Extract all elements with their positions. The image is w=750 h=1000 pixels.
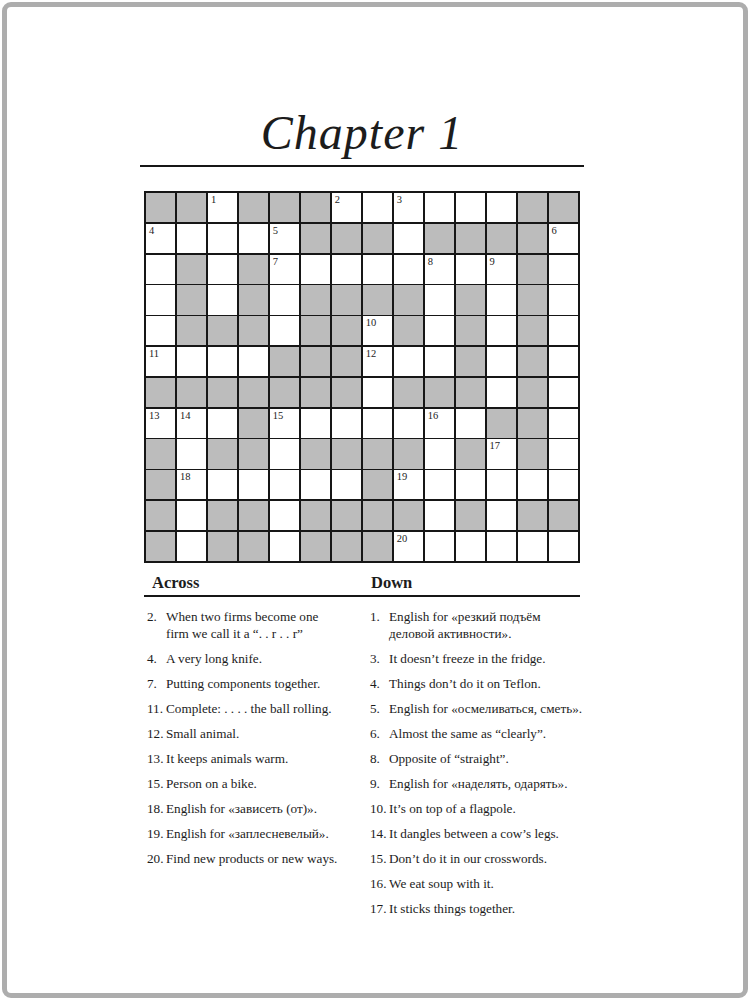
clue-num-label: 5.	[367, 701, 389, 718]
cell-3-12[interactable]: 9	[487, 255, 516, 284]
clue-number-15: 15	[273, 410, 284, 421]
cell-2-10	[425, 224, 454, 253]
cell-5-1[interactable]	[146, 316, 175, 345]
clue-num-label: 13.	[144, 751, 166, 768]
cell-7-9	[394, 378, 423, 407]
cell-10-14[interactable]	[549, 470, 578, 499]
cell-4-4	[239, 285, 268, 314]
cell-9-3	[208, 439, 237, 468]
clue-text: Almost the same as “clearly”.	[389, 726, 583, 743]
clue-text: It’s on top of a flagpole.	[389, 801, 583, 818]
cell-2-1[interactable]: 4	[146, 224, 175, 253]
cell-7-11	[456, 378, 485, 407]
cell-12-2[interactable]	[177, 532, 206, 561]
cell-4-6	[301, 285, 330, 314]
cell-4-10[interactable]	[425, 285, 454, 314]
cell-12-12[interactable]	[487, 532, 516, 561]
cell-6-3[interactable]	[208, 347, 237, 376]
clue-num-label: 3.	[367, 651, 389, 668]
cell-12-6	[301, 532, 330, 561]
cell-6-13	[518, 347, 547, 376]
cell-12-7	[332, 532, 361, 561]
clue-num-label: 14.	[367, 826, 389, 843]
cell-8-4	[239, 409, 268, 438]
cell-8-14[interactable]	[549, 409, 578, 438]
cell-10-4[interactable]	[239, 470, 268, 499]
cell-1-5	[270, 193, 299, 222]
cell-9-2[interactable]	[177, 439, 206, 468]
clue-text: English for «резкий подъём деловой актив…	[389, 609, 583, 642]
clue-number-3: 3	[397, 194, 402, 205]
cell-7-14[interactable]	[549, 378, 578, 407]
cell-12-14[interactable]	[549, 532, 578, 561]
cell-3-13	[518, 255, 547, 284]
across-clue-11: 11.Complete: . . . . the ball rolling.	[144, 701, 360, 718]
clue-text: English for «наделять, одарять».	[389, 776, 583, 793]
cell-12-10[interactable]	[425, 532, 454, 561]
cell-1-7[interactable]: 2	[332, 193, 361, 222]
clue-number-18: 18	[180, 471, 191, 482]
cell-9-12[interactable]: 17	[487, 439, 516, 468]
cell-4-13	[518, 285, 547, 314]
cell-5-2	[177, 316, 206, 345]
clue-num-label: 11.	[144, 701, 166, 718]
cell-4-11	[456, 285, 485, 314]
clue-num-label: 10.	[367, 801, 389, 818]
cell-8-9[interactable]	[394, 409, 423, 438]
cell-6-10[interactable]	[425, 347, 454, 376]
cell-5-7	[332, 316, 361, 345]
cell-6-5	[270, 347, 299, 376]
cell-12-8	[363, 532, 392, 561]
cell-11-10[interactable]	[425, 501, 454, 530]
clue-text: It keeps animals warm.	[166, 751, 360, 768]
cell-7-12[interactable]	[487, 378, 516, 407]
clue-text: Complete: . . . . the ball rolling.	[166, 701, 360, 718]
page-title: Chapter 1	[140, 107, 584, 159]
cell-7-4	[239, 378, 268, 407]
cell-2-7	[332, 224, 361, 253]
clue-num-label: 19.	[144, 826, 166, 843]
cell-1-4	[239, 193, 268, 222]
cell-6-9[interactable]	[394, 347, 423, 376]
cell-8-3[interactable]	[208, 409, 237, 438]
cell-11-13	[518, 501, 547, 530]
across-clue-20: 20.Find new products or new ways.	[144, 851, 360, 868]
across-clue-7: 7.Putting components together.	[144, 676, 360, 693]
cell-2-3[interactable]	[208, 224, 237, 253]
clue-text: A very long knife.	[166, 651, 360, 668]
cell-1-3[interactable]: 1	[208, 193, 237, 222]
cell-8-12	[487, 409, 516, 438]
cell-8-10[interactable]: 16	[425, 409, 454, 438]
cell-5-12[interactable]	[487, 316, 516, 345]
cell-6-8[interactable]: 12	[363, 347, 392, 376]
cell-2-6	[301, 224, 330, 253]
clue-num-label: 6.	[367, 726, 389, 743]
cell-8-1[interactable]: 13	[146, 409, 175, 438]
cell-7-3	[208, 378, 237, 407]
cell-1-6	[301, 193, 330, 222]
cell-12-5[interactable]	[270, 532, 299, 561]
cell-2-13	[518, 224, 547, 253]
cell-8-11[interactable]	[456, 409, 485, 438]
cell-7-2	[177, 378, 206, 407]
cell-3-6[interactable]	[301, 255, 330, 284]
across-clue-18: 18.English for «зависеть (от)».	[144, 801, 360, 818]
down-clues-list: 1.English for «резкий подъём деловой акт…	[367, 609, 583, 926]
cell-10-5[interactable]	[270, 470, 299, 499]
cell-9-10[interactable]	[425, 439, 454, 468]
cell-5-5[interactable]	[270, 316, 299, 345]
cell-6-12[interactable]	[487, 347, 516, 376]
cell-1-12[interactable]	[487, 193, 516, 222]
cell-10-12[interactable]	[487, 470, 516, 499]
cell-10-13[interactable]	[518, 470, 547, 499]
clue-number-12: 12	[366, 348, 377, 359]
down-clue-8: 8.Opposite of “straight”.	[367, 751, 583, 768]
cell-10-3[interactable]	[208, 470, 237, 499]
clue-text: Person on a bike.	[166, 776, 360, 793]
cell-9-4	[239, 439, 268, 468]
clue-number-10: 10	[366, 317, 377, 328]
clue-number-5: 5	[273, 225, 278, 236]
cell-5-6	[301, 316, 330, 345]
clue-number-4: 4	[149, 225, 154, 236]
clue-num-label: 20.	[144, 851, 166, 868]
cell-10-7[interactable]	[332, 470, 361, 499]
clue-num-label: 9.	[367, 776, 389, 793]
clue-text: It sticks things together.	[389, 901, 583, 918]
clue-number-16: 16	[428, 410, 439, 421]
cell-4-5[interactable]	[270, 285, 299, 314]
down-clue-14: 14.It dangles between a cow’s legs.	[367, 826, 583, 843]
cell-10-11[interactable]	[456, 470, 485, 499]
clue-number-2: 2	[335, 194, 340, 205]
cell-8-2[interactable]: 14	[177, 409, 206, 438]
cell-11-6	[301, 501, 330, 530]
down-clue-3: 3.It doesn’t freeze in the fridge.	[367, 651, 583, 668]
cell-4-8	[363, 285, 392, 314]
clue-text: English for «осмеливаться, сметь».	[389, 701, 583, 718]
cell-1-9[interactable]: 3	[394, 193, 423, 222]
cell-12-11[interactable]	[456, 532, 485, 561]
cell-2-12	[487, 224, 516, 253]
cell-9-14[interactable]	[549, 439, 578, 468]
cell-11-9	[394, 501, 423, 530]
cell-11-3	[208, 501, 237, 530]
cell-4-7	[332, 285, 361, 314]
clue-text: English for «зависеть (от)».	[166, 801, 360, 818]
cell-9-7	[332, 439, 361, 468]
cell-3-14[interactable]	[549, 255, 578, 284]
cell-1-11[interactable]	[456, 193, 485, 222]
cell-7-13	[518, 378, 547, 407]
cell-3-7[interactable]	[332, 255, 361, 284]
down-clue-6: 6.Almost the same as “clearly”.	[367, 726, 583, 743]
cell-3-5[interactable]: 7	[270, 255, 299, 284]
cell-2-2[interactable]	[177, 224, 206, 253]
cell-7-8[interactable]	[363, 378, 392, 407]
clue-text: Small animal.	[166, 726, 360, 743]
cell-8-5[interactable]: 15	[270, 409, 299, 438]
cell-6-2[interactable]	[177, 347, 206, 376]
clue-num-label: 15.	[144, 776, 166, 793]
clue-number-8: 8	[428, 256, 433, 267]
across-clue-2: 2.When two firms become one firm we call…	[144, 609, 360, 642]
cell-4-3[interactable]	[208, 285, 237, 314]
clue-num-label: 15.	[367, 851, 389, 868]
down-clue-4: 4.Things don’t do it on Teflon.	[367, 676, 583, 693]
cell-1-14	[549, 193, 578, 222]
clue-number-13: 13	[149, 410, 160, 421]
cell-5-4	[239, 316, 268, 345]
cell-8-6[interactable]	[301, 409, 330, 438]
cell-5-11	[456, 316, 485, 345]
cell-6-4[interactable]	[239, 347, 268, 376]
cell-10-6[interactable]	[301, 470, 330, 499]
clues-section: Across Down 2.When two firms become one …	[144, 574, 580, 926]
cell-11-14	[549, 501, 578, 530]
clues-body: 2.When two firms become one firm we call…	[144, 609, 580, 926]
across-clue-15: 15.Person on a bike.	[144, 776, 360, 793]
clue-text: English for «заплесневелый».	[166, 826, 360, 843]
cell-3-10[interactable]: 8	[425, 255, 454, 284]
clue-num-label: 2.	[144, 609, 166, 642]
cell-3-8[interactable]	[363, 255, 392, 284]
cell-11-11	[456, 501, 485, 530]
cell-5-13	[518, 316, 547, 345]
cell-12-9[interactable]: 20	[394, 532, 423, 561]
cell-9-6	[301, 439, 330, 468]
cell-6-14[interactable]	[549, 347, 578, 376]
clue-num-label: 4.	[144, 651, 166, 668]
clue-text: It doesn’t freeze in the fridge.	[389, 651, 583, 668]
book-page: Chapter 1 123456789101112131415161718192…	[2, 2, 748, 998]
across-clue-4: 4.A very long knife.	[144, 651, 360, 668]
across-clue-19: 19.English for «заплесневелый».	[144, 826, 360, 843]
cell-3-9[interactable]	[394, 255, 423, 284]
cell-1-8[interactable]	[363, 193, 392, 222]
cell-6-11	[456, 347, 485, 376]
cell-10-9[interactable]: 19	[394, 470, 423, 499]
clues-header: Across Down	[144, 574, 580, 597]
cell-3-1[interactable]	[146, 255, 175, 284]
cell-9-9	[394, 439, 423, 468]
clue-text: When two firms become one firm we call i…	[166, 609, 360, 642]
across-clue-12: 12.Small animal.	[144, 726, 360, 743]
cell-2-14[interactable]: 6	[549, 224, 578, 253]
clue-number-11: 11	[149, 348, 159, 359]
cell-5-3	[208, 316, 237, 345]
cell-1-10[interactable]	[425, 193, 454, 222]
across-clue-13: 13.It keeps animals warm.	[144, 751, 360, 768]
cell-4-2	[177, 285, 206, 314]
cell-12-3	[208, 532, 237, 561]
cell-8-13	[518, 409, 547, 438]
cell-10-10[interactable]	[425, 470, 454, 499]
cell-7-5	[270, 378, 299, 407]
cell-10-8	[363, 470, 392, 499]
across-header: Across	[152, 574, 367, 591]
cell-4-12[interactable]	[487, 285, 516, 314]
down-clue-9: 9.English for «наделять, одарять».	[367, 776, 583, 793]
cell-3-3[interactable]	[208, 255, 237, 284]
cell-4-14[interactable]	[549, 285, 578, 314]
page-content: Chapter 1 123456789101112131415161718192…	[144, 7, 580, 926]
clue-num-label: 17.	[367, 901, 389, 918]
cell-4-1[interactable]	[146, 285, 175, 314]
cell-3-4	[239, 255, 268, 284]
clue-text: We eat soup with it.	[389, 876, 583, 893]
cell-9-13	[518, 439, 547, 468]
cell-11-5[interactable]	[270, 501, 299, 530]
cell-5-10[interactable]	[425, 316, 454, 345]
chapter-title-block: Chapter 1	[140, 107, 584, 167]
clue-number-14: 14	[180, 410, 191, 421]
clue-num-label: 18.	[144, 801, 166, 818]
cell-3-11[interactable]	[456, 255, 485, 284]
clue-num-label: 4.	[367, 676, 389, 693]
down-clue-5: 5.English for «осмеливаться, сметь».	[367, 701, 583, 718]
cell-10-2[interactable]: 18	[177, 470, 206, 499]
cell-9-8	[363, 439, 392, 468]
cell-7-6	[301, 378, 330, 407]
cell-2-8	[363, 224, 392, 253]
cell-12-13[interactable]	[518, 532, 547, 561]
clue-number-9: 9	[490, 256, 495, 267]
cell-8-8[interactable]	[363, 409, 392, 438]
cell-9-5[interactable]	[270, 439, 299, 468]
cell-11-4	[239, 501, 268, 530]
cell-3-2	[177, 255, 206, 284]
cell-11-1	[146, 501, 175, 530]
clue-number-7: 7	[273, 256, 278, 267]
cell-11-2[interactable]	[177, 501, 206, 530]
clue-number-19: 19	[397, 471, 408, 482]
clue-num-label: 8.	[367, 751, 389, 768]
clue-number-17: 17	[490, 440, 501, 451]
clue-text: It dangles between a cow’s legs.	[389, 826, 583, 843]
cell-11-8	[363, 501, 392, 530]
cell-6-7	[332, 347, 361, 376]
cell-1-1	[146, 193, 175, 222]
cell-5-9	[394, 316, 423, 345]
cell-4-9	[394, 285, 423, 314]
down-clue-15: 15.Don’t do it in our crosswords.	[367, 851, 583, 868]
down-clue-16: 16.We eat soup with it.	[367, 876, 583, 893]
clue-text: Don’t do it in our crosswords.	[389, 851, 583, 868]
cell-9-1	[146, 439, 175, 468]
clue-text: Find new products or new ways.	[166, 851, 360, 868]
cell-10-1	[146, 470, 175, 499]
cell-7-7	[332, 378, 361, 407]
clue-text: Putting components together.	[166, 676, 360, 693]
cell-2-5[interactable]: 5	[270, 224, 299, 253]
cell-2-4[interactable]	[239, 224, 268, 253]
across-clues-list: 2.When two firms become one firm we call…	[144, 609, 360, 926]
clue-num-label: 12.	[144, 726, 166, 743]
clue-num-label: 16.	[367, 876, 389, 893]
cell-5-8[interactable]: 10	[363, 316, 392, 345]
cell-7-10	[425, 378, 454, 407]
clue-num-label: 7.	[144, 676, 166, 693]
crossword-grid: 1234567891011121314151617181920	[144, 191, 580, 563]
cell-6-1[interactable]: 11	[146, 347, 175, 376]
cell-1-2	[177, 193, 206, 222]
cell-2-11	[456, 224, 485, 253]
clue-number-1: 1	[211, 194, 216, 205]
cell-6-6	[301, 347, 330, 376]
cell-7-1	[146, 378, 175, 407]
cell-2-9[interactable]	[394, 224, 423, 253]
clue-number-20: 20	[397, 533, 408, 544]
clue-text: Opposite of “straight”.	[389, 751, 583, 768]
clue-number-6: 6	[552, 225, 557, 236]
cell-12-1	[146, 532, 175, 561]
down-header: Down	[371, 574, 412, 591]
cell-9-11	[456, 439, 485, 468]
cell-12-4	[239, 532, 268, 561]
cell-5-14[interactable]	[549, 316, 578, 345]
cell-1-13	[518, 193, 547, 222]
clue-num-label: 1.	[367, 609, 389, 642]
cell-11-7	[332, 501, 361, 530]
cell-11-12[interactable]	[487, 501, 516, 530]
down-clue-10: 10.It’s on top of a flagpole.	[367, 801, 583, 818]
cell-8-7[interactable]	[332, 409, 361, 438]
clue-text: Things don’t do it on Teflon.	[389, 676, 583, 693]
down-clue-17: 17.It sticks things together.	[367, 901, 583, 918]
down-clue-1: 1.English for «резкий подъём деловой акт…	[367, 609, 583, 642]
